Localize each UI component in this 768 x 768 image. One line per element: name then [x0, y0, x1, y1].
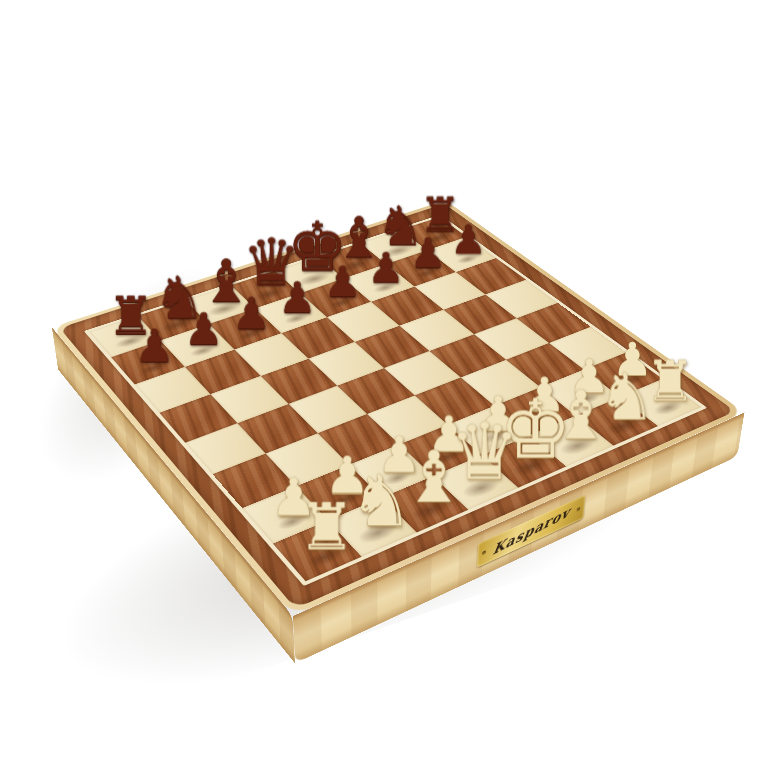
- plaque-screw-right-icon: [577, 507, 581, 512]
- chess-set-photo: ♜♞♝♛♚♝♞♜♟♟♟♟♟♟♟♟♟♟♟♟♟♟♟♟♜♞♝♛♚♝♞♜ Kasparo…: [0, 0, 768, 768]
- piece-black-pawn[interactable]: ♟: [122, 324, 186, 369]
- plaque-screw-left-icon: [482, 550, 486, 555]
- piece-white-rook[interactable]: ♜: [288, 496, 364, 560]
